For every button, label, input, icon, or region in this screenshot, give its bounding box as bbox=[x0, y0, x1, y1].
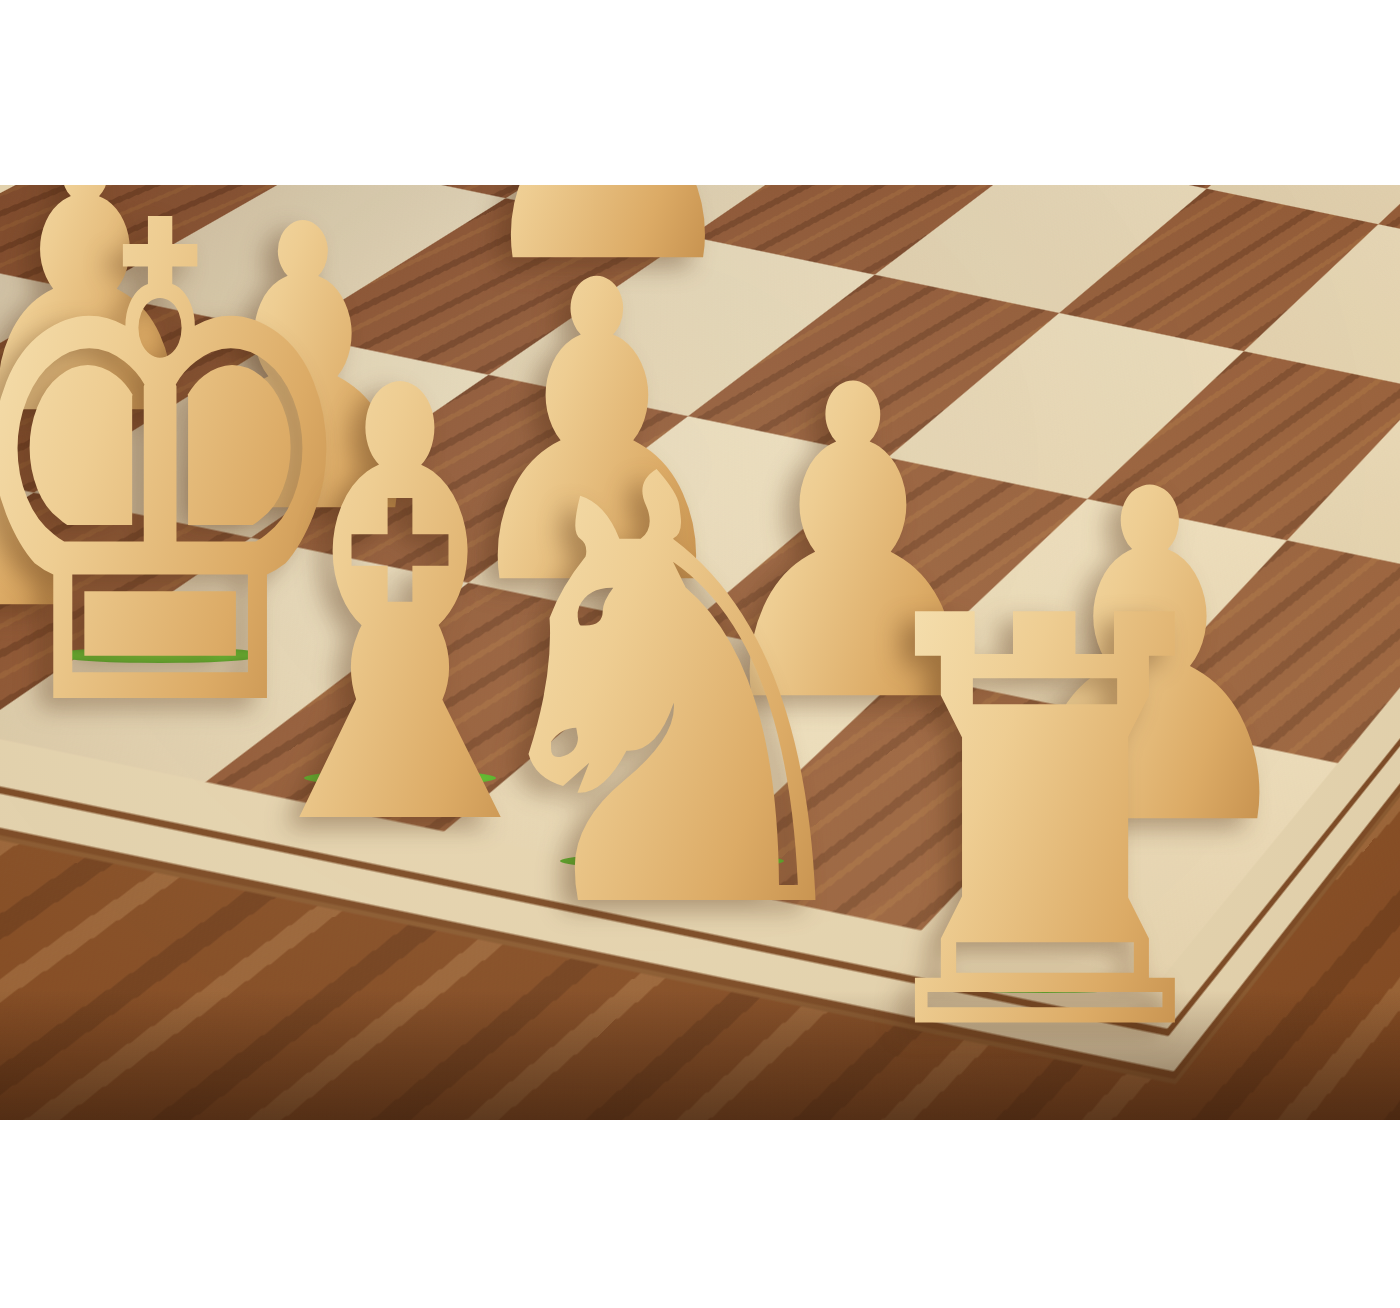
board-front-edge-shadow bbox=[0, 990, 1400, 1120]
chess-board bbox=[0, 185, 1400, 1120]
page-background: ♟♟♟♟♟♚♟♝♟♞♜ bbox=[0, 0, 1400, 1308]
chess-set-photo: ♟♟♟♟♟♚♟♝♟♞♜ bbox=[0, 185, 1400, 1120]
